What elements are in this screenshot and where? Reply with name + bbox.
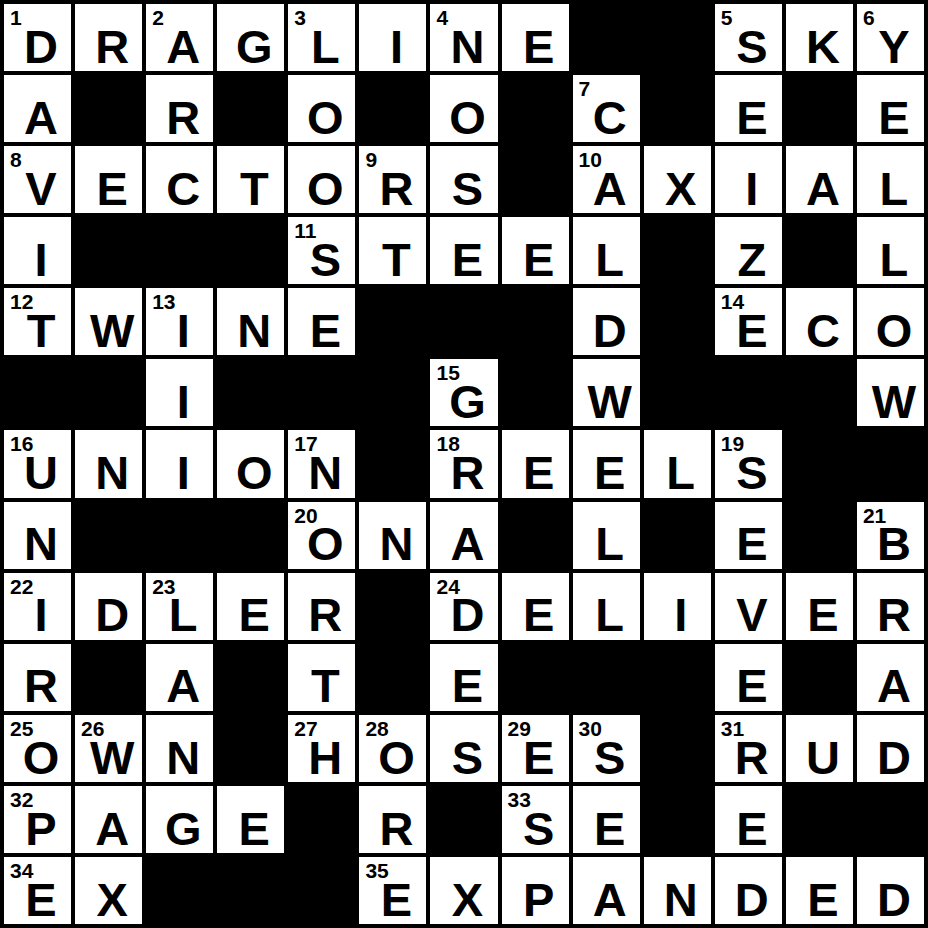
letter-cell-r1c3[interactable]: 2A <box>146 4 213 71</box>
cell-letter: A <box>580 879 640 921</box>
black-cell <box>430 288 497 355</box>
cell-letter: E <box>509 452 569 494</box>
letter-cell-r2c3[interactable]: R <box>146 75 213 142</box>
black-cell <box>146 217 213 284</box>
letter-cell-r1c7[interactable]: 4N <box>430 4 497 71</box>
cell-letter: S <box>437 168 497 210</box>
letter-cell-r8c6[interactable]: N <box>359 502 426 569</box>
black-cell <box>217 359 284 426</box>
black-cell <box>502 288 569 355</box>
cell-letter: S <box>580 737 640 779</box>
cell-letter: I <box>366 26 426 68</box>
letter-cell-r7c1[interactable]: 16U <box>4 430 71 497</box>
cell-letter: L <box>580 594 640 636</box>
cell-letter: O <box>864 310 924 352</box>
letter-cell-r5c13[interactable]: O <box>857 288 924 355</box>
cell-letter: T <box>295 665 355 707</box>
cell-letter: O <box>437 97 497 139</box>
letter-cell-r12c4[interactable]: E <box>217 786 284 853</box>
cell-letter: I <box>153 381 213 423</box>
black-cell <box>644 644 711 711</box>
letter-cell-r5c5[interactable]: E <box>288 288 355 355</box>
cell-letter: E <box>722 310 782 352</box>
black-cell <box>75 75 142 142</box>
letter-cell-r4c13[interactable]: L <box>857 217 924 284</box>
cell-letter: R <box>295 594 355 636</box>
letter-cell-r11c3[interactable]: N <box>146 715 213 782</box>
cell-letter: D <box>11 26 71 68</box>
cell-letter: O <box>295 523 355 565</box>
letter-cell-r3c5[interactable]: O <box>288 146 355 213</box>
cell-letter: L <box>153 594 213 636</box>
letter-cell-r4c11[interactable]: Z <box>715 217 782 284</box>
cell-letter: I <box>153 452 213 494</box>
cell-letter: G <box>437 381 497 423</box>
black-cell <box>502 644 569 711</box>
letter-cell-r6c7[interactable]: 15G <box>430 359 497 426</box>
letter-cell-r13c10[interactable]: N <box>644 857 711 924</box>
black-cell <box>644 75 711 142</box>
letter-cell-r9c13[interactable]: R <box>857 573 924 640</box>
letter-cell-r7c2[interactable]: N <box>75 430 142 497</box>
cell-letter: A <box>864 665 924 707</box>
letter-cell-r9c2[interactable]: D <box>75 573 142 640</box>
letter-cell-r1c12[interactable]: K <box>786 4 853 71</box>
letter-cell-r13c11[interactable]: D <box>715 857 782 924</box>
letter-cell-r12c1[interactable]: 32P <box>4 786 71 853</box>
letter-cell-r13c12[interactable]: E <box>786 857 853 924</box>
cell-letter: E <box>722 808 782 850</box>
cell-letter: L <box>864 239 924 281</box>
cell-letter: R <box>366 808 426 850</box>
cell-letter: V <box>722 594 782 636</box>
letter-cell-r7c9[interactable]: E <box>573 430 640 497</box>
cell-letter: W <box>864 381 924 423</box>
cell-letter: T <box>366 239 426 281</box>
letter-cell-r9c5[interactable]: R <box>288 573 355 640</box>
letter-cell-r7c4[interactable]: O <box>217 430 284 497</box>
letter-cell-r1c5[interactable]: 3L <box>288 4 355 71</box>
letter-cell-r1c1[interactable]: 1D <box>4 4 71 71</box>
black-cell <box>786 644 853 711</box>
cell-letter: E <box>580 452 640 494</box>
cell-letter: O <box>224 452 284 494</box>
letter-cell-r10c13[interactable]: A <box>857 644 924 711</box>
black-cell <box>857 430 924 497</box>
letter-cell-r5c2[interactable]: W <box>75 288 142 355</box>
letter-cell-r3c11[interactable]: I <box>715 146 782 213</box>
cell-letter: E <box>437 665 497 707</box>
black-cell <box>75 359 142 426</box>
black-cell <box>644 288 711 355</box>
cell-letter: L <box>295 26 355 68</box>
cell-letter: H <box>295 737 355 779</box>
cell-letter: I <box>153 310 213 352</box>
letter-cell-r2c9[interactable]: 7C <box>573 75 640 142</box>
cell-letter: W <box>580 381 640 423</box>
cell-letter: D <box>722 879 782 921</box>
letter-cell-r12c6[interactable]: R <box>359 786 426 853</box>
cell-letter: N <box>437 26 497 68</box>
black-cell <box>786 75 853 142</box>
cell-letter: E <box>793 879 853 921</box>
letter-cell-r4c6[interactable]: T <box>359 217 426 284</box>
cell-letter: A <box>11 97 71 139</box>
black-cell <box>502 146 569 213</box>
cell-letter: E <box>437 239 497 281</box>
cell-letter: A <box>580 168 640 210</box>
cell-letter: E <box>793 594 853 636</box>
cell-letter: R <box>864 594 924 636</box>
letter-cell-r13c6[interactable]: 35E <box>359 857 426 924</box>
black-cell <box>644 217 711 284</box>
cell-letter: N <box>224 310 284 352</box>
letter-cell-r11c1[interactable]: 25O <box>4 715 71 782</box>
letter-cell-r11c2[interactable]: 26W <box>75 715 142 782</box>
cell-letter: L <box>580 239 640 281</box>
black-cell <box>359 573 426 640</box>
letter-cell-r10c5[interactable]: T <box>288 644 355 711</box>
cell-letter: Z <box>722 239 782 281</box>
cell-letter: E <box>509 594 569 636</box>
letter-cell-r7c3[interactable]: I <box>146 430 213 497</box>
cell-letter: S <box>722 26 782 68</box>
cell-letter: R <box>366 168 426 210</box>
black-cell <box>217 644 284 711</box>
letter-cell-r13c13[interactable]: D <box>857 857 924 924</box>
black-cell <box>359 430 426 497</box>
cell-letter: W <box>82 737 142 779</box>
letter-cell-r3c7[interactable]: S <box>430 146 497 213</box>
cell-letter: O <box>366 737 426 779</box>
cell-letter: N <box>651 879 711 921</box>
black-cell <box>715 359 782 426</box>
cell-letter: E <box>509 26 569 68</box>
letter-cell-r3c13[interactable]: L <box>857 146 924 213</box>
black-cell <box>502 502 569 569</box>
letter-cell-r4c1[interactable]: I <box>4 217 71 284</box>
cell-letter: D <box>580 310 640 352</box>
letter-cell-r13c1[interactable]: 34E <box>4 857 71 924</box>
cell-letter: A <box>82 808 142 850</box>
cell-letter: X <box>82 879 142 921</box>
black-cell <box>359 359 426 426</box>
cell-letter: R <box>153 97 213 139</box>
cell-letter: S <box>437 737 497 779</box>
letter-cell-r8c5[interactable]: 20O <box>288 502 355 569</box>
cell-letter: E <box>11 879 71 921</box>
letter-cell-r7c8[interactable]: E <box>502 430 569 497</box>
letter-cell-r2c11[interactable]: E <box>715 75 782 142</box>
cell-letter: N <box>295 452 355 494</box>
letter-cell-r9c1[interactable]: 22I <box>4 573 71 640</box>
black-cell <box>502 359 569 426</box>
letter-cell-r3c1[interactable]: 8V <box>4 146 71 213</box>
cell-letter: E <box>722 97 782 139</box>
cell-letter: I <box>722 168 782 210</box>
black-cell <box>146 857 213 924</box>
cell-letter: D <box>437 594 497 636</box>
letter-cell-r7c7[interactable]: 18R <box>430 430 497 497</box>
letter-cell-r11c5[interactable]: 27H <box>288 715 355 782</box>
letter-cell-r3c6[interactable]: 9R <box>359 146 426 213</box>
cell-letter: C <box>793 310 853 352</box>
letter-cell-r4c7[interactable]: E <box>430 217 497 284</box>
letter-cell-r2c5[interactable]: O <box>288 75 355 142</box>
cell-letter: C <box>153 168 213 210</box>
letter-cell-r5c9[interactable]: D <box>573 288 640 355</box>
cell-letter: L <box>651 452 711 494</box>
letter-cell-r6c9[interactable]: W <box>573 359 640 426</box>
letter-cell-r12c2[interactable]: A <box>75 786 142 853</box>
cell-letter: Y <box>864 26 924 68</box>
black-cell <box>786 502 853 569</box>
letter-cell-r8c1[interactable]: N <box>4 502 71 569</box>
letter-cell-r9c9[interactable]: L <box>573 573 640 640</box>
cell-letter: E <box>722 665 782 707</box>
letter-cell-r10c7[interactable]: E <box>430 644 497 711</box>
letter-cell-r3c10[interactable]: X <box>644 146 711 213</box>
black-cell <box>573 4 640 71</box>
black-cell <box>75 217 142 284</box>
black-cell <box>75 644 142 711</box>
letter-cell-r4c8[interactable]: E <box>502 217 569 284</box>
letter-cell-r1c13[interactable]: 6Y <box>857 4 924 71</box>
cell-letter: I <box>651 594 711 636</box>
cell-letter: S <box>509 808 569 850</box>
cell-letter: D <box>864 879 924 921</box>
cell-letter: P <box>509 879 569 921</box>
cell-letter: A <box>793 168 853 210</box>
cell-letter: N <box>11 523 71 565</box>
black-cell <box>288 857 355 924</box>
letter-cell-r2c13[interactable]: E <box>857 75 924 142</box>
cell-letter: R <box>82 26 142 68</box>
letter-cell-r1c8[interactable]: E <box>502 4 569 71</box>
letter-cell-r12c9[interactable]: E <box>573 786 640 853</box>
letter-cell-r9c3[interactable]: 23L <box>146 573 213 640</box>
letter-cell-r3c2[interactable]: E <box>75 146 142 213</box>
black-cell <box>644 786 711 853</box>
letter-cell-r3c9[interactable]: 10A <box>573 146 640 213</box>
letter-cell-r13c2[interactable]: X <box>75 857 142 924</box>
black-cell <box>786 359 853 426</box>
black-cell <box>288 359 355 426</box>
letter-cell-r11c13[interactable]: D <box>857 715 924 782</box>
cell-letter: V <box>11 168 71 210</box>
cell-letter: E <box>509 239 569 281</box>
black-cell <box>75 502 142 569</box>
cell-letter: E <box>580 808 640 850</box>
letter-cell-r8c13[interactable]: 21B <box>857 502 924 569</box>
letter-cell-r12c11[interactable]: E <box>715 786 782 853</box>
letter-cell-r11c12[interactable]: U <box>786 715 853 782</box>
black-cell <box>430 786 497 853</box>
letter-cell-r7c5[interactable]: 17N <box>288 430 355 497</box>
cell-letter: R <box>722 737 782 779</box>
cell-letter: O <box>295 97 355 139</box>
black-cell <box>573 644 640 711</box>
cell-letter: U <box>793 737 853 779</box>
letter-cell-r9c11[interactable]: V <box>715 573 782 640</box>
letter-cell-r9c12[interactable]: E <box>786 573 853 640</box>
cell-letter: E <box>509 737 569 779</box>
letter-cell-r6c3[interactable]: I <box>146 359 213 426</box>
letter-cell-r9c10[interactable]: I <box>644 573 711 640</box>
black-cell <box>644 359 711 426</box>
cell-letter: D <box>864 737 924 779</box>
letter-cell-r5c1[interactable]: 12T <box>4 288 71 355</box>
cell-letter: R <box>11 665 71 707</box>
cell-letter: A <box>153 665 213 707</box>
letter-cell-r1c6[interactable]: I <box>359 4 426 71</box>
black-cell <box>359 644 426 711</box>
cell-letter: G <box>153 808 213 850</box>
letter-cell-r11c7[interactable]: S <box>430 715 497 782</box>
cell-letter: K <box>793 26 853 68</box>
letter-cell-r3c12[interactable]: A <box>786 146 853 213</box>
cell-letter: P <box>11 808 71 850</box>
letter-cell-r8c9[interactable]: L <box>573 502 640 569</box>
cell-letter: X <box>651 168 711 210</box>
cell-letter: O <box>11 737 71 779</box>
black-cell <box>786 786 853 853</box>
letter-cell-r13c7[interactable]: X <box>430 857 497 924</box>
black-cell <box>857 786 924 853</box>
cell-letter: X <box>437 879 497 921</box>
letter-cell-r7c10[interactable]: L <box>644 430 711 497</box>
cell-letter: S <box>722 452 782 494</box>
letter-cell-r5c3[interactable]: 13I <box>146 288 213 355</box>
cell-letter: N <box>153 737 213 779</box>
letter-cell-r11c11[interactable]: 31R <box>715 715 782 782</box>
letter-cell-r4c9[interactable]: L <box>573 217 640 284</box>
black-cell <box>359 75 426 142</box>
letter-cell-r5c4[interactable]: N <box>217 288 284 355</box>
black-cell <box>288 786 355 853</box>
cell-letter: L <box>580 523 640 565</box>
letter-cell-r12c8[interactable]: 33S <box>502 786 569 853</box>
cell-letter: E <box>722 523 782 565</box>
letter-cell-r9c4[interactable]: E <box>217 573 284 640</box>
letter-cell-r1c2[interactable]: R <box>75 4 142 71</box>
cell-letter: O <box>295 168 355 210</box>
cell-letter: U <box>11 452 71 494</box>
letter-cell-r4c5[interactable]: 11S <box>288 217 355 284</box>
cell-letter: N <box>366 523 426 565</box>
letter-cell-r12c3[interactable]: G <box>146 786 213 853</box>
black-cell <box>217 715 284 782</box>
black-cell <box>644 502 711 569</box>
black-cell <box>644 715 711 782</box>
cell-letter: S <box>295 239 355 281</box>
cell-letter: D <box>82 594 142 636</box>
letter-cell-r11c9[interactable]: 30S <box>573 715 640 782</box>
black-cell <box>502 75 569 142</box>
black-cell <box>786 430 853 497</box>
cell-letter: E <box>864 97 924 139</box>
cell-letter: I <box>11 594 71 636</box>
cell-letter: T <box>11 310 71 352</box>
cell-letter: L <box>864 168 924 210</box>
cell-letter: E <box>224 594 284 636</box>
letter-cell-r13c9[interactable]: A <box>573 857 640 924</box>
cell-letter: E <box>295 310 355 352</box>
cell-letter: G <box>224 26 284 68</box>
letter-cell-r11c6[interactable]: 28O <box>359 715 426 782</box>
letter-cell-r3c3[interactable]: C <box>146 146 213 213</box>
black-cell <box>4 359 71 426</box>
letter-cell-r9c7[interactable]: 24D <box>430 573 497 640</box>
letter-cell-r13c8[interactable]: P <box>502 857 569 924</box>
letter-cell-r2c1[interactable]: A <box>4 75 71 142</box>
cell-letter: I <box>11 239 71 281</box>
cell-letter: N <box>82 452 142 494</box>
black-cell <box>217 75 284 142</box>
black-cell <box>359 288 426 355</box>
cell-letter: E <box>366 879 426 921</box>
letter-cell-r10c11[interactable]: E <box>715 644 782 711</box>
letter-cell-r1c4[interactable]: G <box>217 4 284 71</box>
black-cell <box>217 217 284 284</box>
letter-cell-r5c12[interactable]: C <box>786 288 853 355</box>
letter-cell-r8c11[interactable]: E <box>715 502 782 569</box>
cell-letter: A <box>437 523 497 565</box>
cell-letter: E <box>224 808 284 850</box>
cell-letter: W <box>82 310 142 352</box>
black-cell <box>217 857 284 924</box>
black-cell <box>786 217 853 284</box>
letter-cell-r5c11[interactable]: 14E <box>715 288 782 355</box>
letter-cell-r10c3[interactable]: A <box>146 644 213 711</box>
cell-letter: R <box>437 452 497 494</box>
black-cell <box>217 502 284 569</box>
cell-letter: C <box>580 97 640 139</box>
black-cell <box>644 4 711 71</box>
letter-cell-r8c7[interactable]: A <box>430 502 497 569</box>
cell-letter: T <box>224 168 284 210</box>
letter-cell-r3c4[interactable]: T <box>217 146 284 213</box>
black-cell <box>146 502 213 569</box>
cell-letter: A <box>153 26 213 68</box>
letter-cell-r6c13[interactable]: W <box>857 359 924 426</box>
letter-cell-r10c1[interactable]: R <box>4 644 71 711</box>
letter-cell-r7c11[interactable]: 19S <box>715 430 782 497</box>
letter-cell-r11c8[interactable]: 29E <box>502 715 569 782</box>
crossword-board: 1DR2AG3LI4NE5SK6YAROO7CEE8VECTO9RS10AXIA… <box>0 0 928 928</box>
cell-letter: B <box>864 523 924 565</box>
letter-cell-r2c7[interactable]: O <box>430 75 497 142</box>
letter-cell-r9c8[interactable]: E <box>502 573 569 640</box>
letter-cell-r1c11[interactable]: 5S <box>715 4 782 71</box>
cell-letter: E <box>82 168 142 210</box>
